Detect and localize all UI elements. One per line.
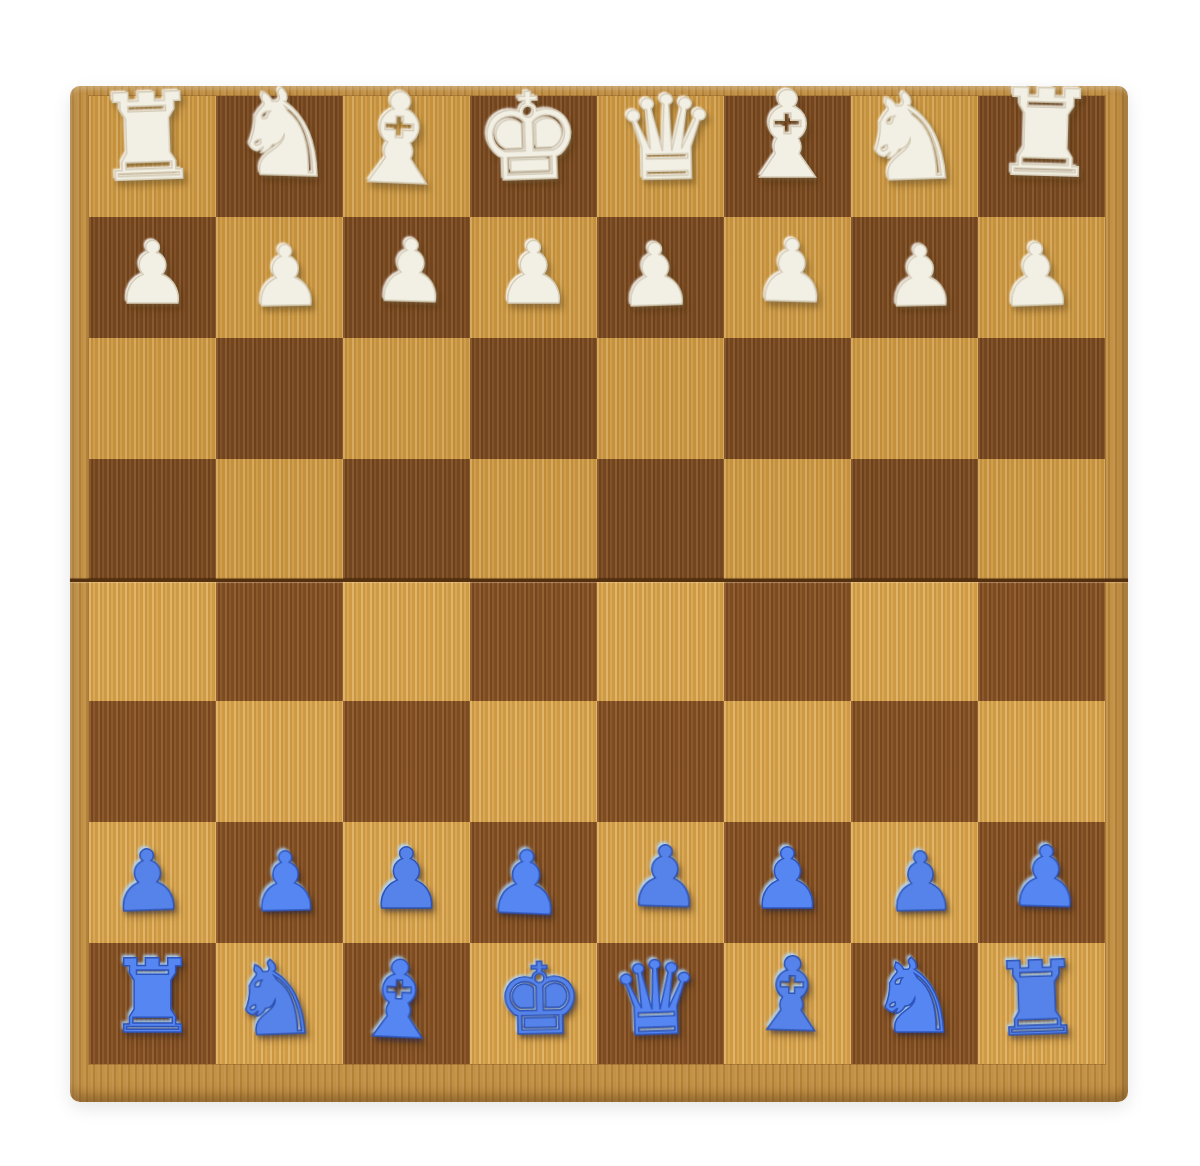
piece-white-pawn[interactable]: ♟ xyxy=(114,230,191,316)
board-square[interactable]: ♜ xyxy=(89,96,216,217)
board-square[interactable]: ♛ xyxy=(597,96,724,217)
board-square[interactable] xyxy=(89,580,216,701)
board-square[interactable] xyxy=(343,338,470,459)
board-square[interactable] xyxy=(597,338,724,459)
board-square[interactable]: ♞ xyxy=(851,943,978,1064)
board-square[interactable] xyxy=(89,701,216,822)
board-square[interactable] xyxy=(470,580,597,701)
board-square[interactable]: ♜ xyxy=(978,943,1105,1064)
piece-blue-pawn[interactable]: ♟ xyxy=(883,840,958,923)
board-square[interactable]: ♟ xyxy=(851,217,978,338)
chess-board: ♜♞♝♚♛♝♞♜♟♟♟♟♟♟♟♟♟♟♟♟♟♟♟♟♜♞♝♚♛♝♞♜ xyxy=(70,86,1128,1102)
board-square[interactable] xyxy=(978,701,1105,822)
board-square[interactable]: ♚ xyxy=(470,96,597,217)
board-square[interactable] xyxy=(597,459,724,580)
board-square[interactable]: ♟ xyxy=(89,822,216,943)
board-square[interactable] xyxy=(216,580,343,701)
board-square[interactable]: ♛ xyxy=(597,943,724,1064)
piece-white-rook[interactable]: ♜ xyxy=(92,76,204,200)
board-square[interactable]: ♟ xyxy=(470,217,597,338)
board-square[interactable] xyxy=(470,459,597,580)
board-square[interactable]: ♝ xyxy=(724,943,851,1064)
board-square[interactable]: ♝ xyxy=(343,96,470,217)
piece-blue-knight[interactable]: ♞ xyxy=(227,946,322,1051)
piece-white-pawn[interactable]: ♟ xyxy=(371,226,450,314)
board-square[interactable]: ♟ xyxy=(851,822,978,943)
photo-background: ♜♞♝♚♛♝♞♜♟♟♟♟♟♟♟♟♟♟♟♟♟♟♟♟♜♞♝♚♛♝♞♜ xyxy=(0,0,1200,1166)
board-square[interactable] xyxy=(343,701,470,822)
piece-blue-pawn[interactable]: ♟ xyxy=(369,837,444,921)
board-square[interactable]: ♟ xyxy=(724,217,851,338)
board-square[interactable] xyxy=(470,338,597,459)
piece-white-knight[interactable]: ♞ xyxy=(854,76,966,200)
board-square[interactable] xyxy=(216,459,343,580)
board-square[interactable]: ♟ xyxy=(89,217,216,338)
board-square[interactable] xyxy=(851,580,978,701)
piece-blue-pawn[interactable]: ♟ xyxy=(750,837,825,921)
board-square[interactable]: ♞ xyxy=(216,943,343,1064)
board-square[interactable] xyxy=(851,338,978,459)
piece-white-pawn[interactable]: ♟ xyxy=(495,230,572,316)
piece-white-pawn[interactable]: ♟ xyxy=(615,230,695,319)
board-square[interactable] xyxy=(470,701,597,822)
board-square[interactable] xyxy=(978,580,1105,701)
piece-white-bishop[interactable]: ♝ xyxy=(340,75,457,204)
board-square[interactable]: ♟ xyxy=(724,822,851,943)
board-square[interactable] xyxy=(343,459,470,580)
board-square[interactable]: ♟ xyxy=(470,822,597,943)
board-square[interactable]: ♜ xyxy=(89,943,216,1064)
board-square[interactable] xyxy=(216,701,343,822)
piece-blue-rook[interactable]: ♜ xyxy=(989,946,1084,1051)
board-square[interactable]: ♚ xyxy=(470,943,597,1064)
board-square[interactable]: ♟ xyxy=(597,217,724,338)
board-square[interactable] xyxy=(851,459,978,580)
board-square[interactable]: ♟ xyxy=(343,217,470,338)
piece-white-rook[interactable]: ♜ xyxy=(990,72,1101,195)
board-square[interactable]: ♟ xyxy=(597,822,724,943)
piece-white-king[interactable]: ♚ xyxy=(473,76,585,200)
board-square[interactable]: ♝ xyxy=(343,943,470,1064)
piece-blue-pawn[interactable]: ♟ xyxy=(1007,833,1085,919)
board-square[interactable] xyxy=(343,580,470,701)
piece-white-pawn[interactable]: ♟ xyxy=(247,233,324,318)
board-square[interactable]: ♟ xyxy=(216,822,343,943)
board-square[interactable]: ♝ xyxy=(724,96,851,217)
board-square[interactable]: ♟ xyxy=(978,217,1105,338)
piece-blue-king[interactable]: ♚ xyxy=(494,949,585,1050)
piece-white-bishop[interactable]: ♝ xyxy=(734,76,842,196)
board-square[interactable] xyxy=(89,338,216,459)
board-square[interactable] xyxy=(851,701,978,822)
board-square[interactable] xyxy=(89,459,216,580)
board-square[interactable]: ♟ xyxy=(216,217,343,338)
board-square[interactable]: ♟ xyxy=(343,822,470,943)
board-square[interactable] xyxy=(216,338,343,459)
board-square[interactable]: ♜ xyxy=(978,96,1105,217)
piece-blue-pawn[interactable]: ♟ xyxy=(626,833,704,919)
board-square[interactable]: ♞ xyxy=(216,96,343,217)
board-square[interactable] xyxy=(978,459,1105,580)
board-square[interactable]: ♟ xyxy=(978,822,1105,943)
board-square[interactable] xyxy=(724,338,851,459)
piece-blue-knight[interactable]: ♞ xyxy=(869,946,960,1048)
board-square[interactable] xyxy=(597,701,724,822)
board-square[interactable] xyxy=(724,701,851,822)
board-square[interactable] xyxy=(724,580,851,701)
piece-white-pawn[interactable]: ♟ xyxy=(882,233,959,318)
piece-blue-bishop[interactable]: ♝ xyxy=(744,942,838,1047)
piece-white-queen[interactable]: ♛ xyxy=(613,79,720,198)
board-square[interactable] xyxy=(724,459,851,580)
piece-blue-queen[interactable]: ♛ xyxy=(608,946,703,1051)
board-square[interactable]: ♞ xyxy=(851,96,978,217)
piece-white-pawn[interactable]: ♟ xyxy=(752,226,831,314)
board-hinge-seam xyxy=(70,579,1128,582)
piece-blue-pawn[interactable]: ♟ xyxy=(485,837,567,928)
piece-blue-pawn[interactable]: ♟ xyxy=(108,837,186,924)
piece-blue-rook[interactable]: ♜ xyxy=(107,946,198,1048)
piece-blue-bishop[interactable]: ♝ xyxy=(349,946,448,1056)
piece-blue-pawn[interactable]: ♟ xyxy=(248,840,323,923)
piece-white-pawn[interactable]: ♟ xyxy=(996,230,1076,319)
board-square[interactable] xyxy=(597,580,724,701)
board-square[interactable] xyxy=(978,338,1105,459)
piece-white-knight[interactable]: ♞ xyxy=(228,72,339,195)
